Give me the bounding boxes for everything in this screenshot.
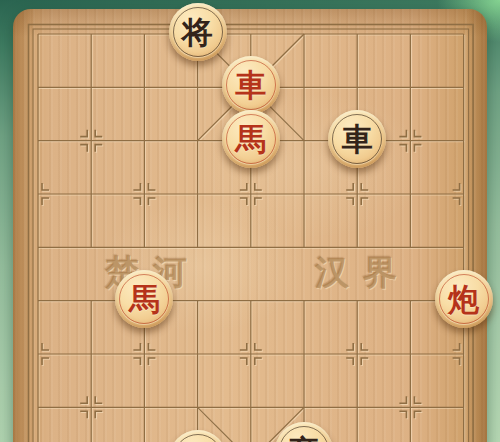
- piece-character: 馬: [222, 110, 280, 168]
- piece-character: 炮: [435, 270, 493, 328]
- piece-character: 卒: [169, 430, 227, 442]
- piece-red-ma-2[interactable]: 馬: [115, 270, 173, 328]
- piece-character: 卒: [275, 422, 333, 442]
- piece-black-ju[interactable]: 車: [328, 110, 386, 168]
- river-label-han-jie: 汉界: [301, 250, 411, 296]
- piece-red-pao[interactable]: 炮: [435, 270, 493, 328]
- piece-red-ma[interactable]: 馬: [222, 110, 280, 168]
- piece-character: 車: [328, 110, 386, 168]
- piece-black-zu-2[interactable]: 卒: [275, 422, 333, 442]
- piece-black-jiang[interactable]: 将: [169, 3, 227, 61]
- xiangqi-board[interactable]: 楚河 汉界 将車馬車馬炮卒卒: [13, 9, 487, 442]
- piece-red-ju[interactable]: 車: [222, 56, 280, 114]
- piece-character: 将: [169, 3, 227, 61]
- piece-character: 車: [222, 56, 280, 114]
- piece-character: 馬: [115, 270, 173, 328]
- piece-black-zu[interactable]: 卒: [169, 430, 227, 442]
